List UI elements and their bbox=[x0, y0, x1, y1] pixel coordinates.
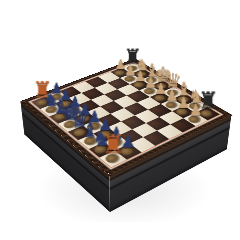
scene: ♜♟♞♟♝♟♚♟♛♟♟♝♜♟♟♞♞♟♟♜♝♟♟♚♟♛♟♝♟♞♟♜ bbox=[0, 0, 240, 240]
product-photo: ♜♟♞♟♝♟♚♟♛♟♟♝♜♟♟♞♞♟♟♜♝♟♟♚♟♛♟♝♟♞♟♜ bbox=[0, 0, 240, 240]
chess-set: ♜♟♞♟♝♟♚♟♛♟♟♝♜♟♟♞♞♟♟♜♝♟♟♚♟♛♟♝♟♞♟♜ bbox=[21, 59, 232, 176]
white-pawn-glyph: ♟ bbox=[182, 102, 209, 120]
black-rook-glyph: ♜ bbox=[98, 130, 128, 158]
